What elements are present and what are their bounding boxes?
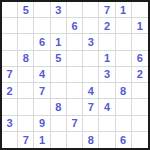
cell-r1c8[interactable]: 1 <box>116 2 132 18</box>
cell-r5c9[interactable]: 2 <box>132 67 148 83</box>
cell-r4c7[interactable]: 1 <box>99 51 115 67</box>
cell-r3c4[interactable]: 1 <box>51 34 67 50</box>
cell-r8c3[interactable]: 9 <box>34 116 50 132</box>
cell-r2c7[interactable]: 2 <box>99 18 115 34</box>
cell-r6c4[interactable] <box>51 83 67 99</box>
cell-r1c9[interactable] <box>132 2 148 18</box>
cell-r6c5[interactable] <box>67 83 83 99</box>
cell-r1c6[interactable] <box>83 2 99 18</box>
cell-r3c7[interactable] <box>99 34 115 50</box>
cell-r2c4[interactable] <box>51 18 67 34</box>
cell-r8c9[interactable] <box>132 116 148 132</box>
cell-r9c4[interactable] <box>51 132 67 148</box>
cell-r3c6[interactable]: 3 <box>83 34 99 50</box>
cell-r4c8[interactable] <box>116 51 132 67</box>
cell-r5c2[interactable] <box>18 67 34 83</box>
cell-r7c4[interactable]: 8 <box>51 99 67 115</box>
cell-r6c8[interactable]: 8 <box>116 83 132 99</box>
cell-r9c5[interactable] <box>67 132 83 148</box>
cell-r3c2[interactable] <box>18 34 34 50</box>
cell-r9c2[interactable]: 7 <box>18 132 34 148</box>
cell-r2c2[interactable] <box>18 18 34 34</box>
cell-r1c3[interactable] <box>34 2 50 18</box>
cell-r1c1[interactable] <box>2 2 18 18</box>
cell-r8c5[interactable]: 7 <box>67 116 83 132</box>
cell-r5c3[interactable]: 4 <box>34 67 50 83</box>
cell-r1c4[interactable]: 3 <box>51 2 67 18</box>
cell-r5c1[interactable]: 7 <box>2 67 18 83</box>
cell-r1c5[interactable] <box>67 2 83 18</box>
cell-r7c6[interactable]: 7 <box>83 99 99 115</box>
cell-r7c9[interactable] <box>132 99 148 115</box>
cell-r9c8[interactable]: 6 <box>116 132 132 148</box>
cell-r7c8[interactable] <box>116 99 132 115</box>
cell-r9c1[interactable] <box>2 132 18 148</box>
cell-r2c1[interactable] <box>2 18 18 34</box>
cell-r2c5[interactable]: 6 <box>67 18 83 34</box>
cell-r5c6[interactable] <box>83 67 99 83</box>
cell-r7c1[interactable] <box>2 99 18 115</box>
cell-r9c6[interactable]: 8 <box>83 132 99 148</box>
cell-r4c9[interactable]: 6 <box>132 51 148 67</box>
cell-r9c9[interactable] <box>132 132 148 148</box>
cell-r4c2[interactable]: 8 <box>18 51 34 67</box>
cell-r1c2[interactable]: 5 <box>18 2 34 18</box>
cell-r6c2[interactable] <box>18 83 34 99</box>
cell-r6c9[interactable] <box>132 83 148 99</box>
cell-r2c6[interactable] <box>83 18 99 34</box>
cell-r7c2[interactable] <box>18 99 34 115</box>
cell-r8c8[interactable] <box>116 116 132 132</box>
cell-r5c4[interactable] <box>51 67 67 83</box>
cell-r2c8[interactable] <box>116 18 132 34</box>
cell-r7c5[interactable] <box>67 99 83 115</box>
cell-r4c3[interactable] <box>34 51 50 67</box>
cell-r8c7[interactable] <box>99 116 115 132</box>
cell-r6c7[interactable] <box>99 83 115 99</box>
cell-r8c6[interactable] <box>83 116 99 132</box>
cell-r4c5[interactable] <box>67 51 83 67</box>
cell-r2c9[interactable]: 1 <box>132 18 148 34</box>
cell-r4c6[interactable] <box>83 51 99 67</box>
cell-r6c6[interactable]: 4 <box>83 83 99 99</box>
cell-r5c7[interactable]: 3 <box>99 67 115 83</box>
sudoku-board: 53716216138516743227488743977186 <box>0 0 150 150</box>
cell-r3c3[interactable]: 6 <box>34 34 50 50</box>
cell-r8c4[interactable] <box>51 116 67 132</box>
cell-r9c3[interactable]: 1 <box>34 132 50 148</box>
cell-r7c7[interactable]: 4 <box>99 99 115 115</box>
cell-r6c3[interactable]: 7 <box>34 83 50 99</box>
cell-r7c3[interactable] <box>34 99 50 115</box>
cell-r4c4[interactable]: 5 <box>51 51 67 67</box>
cell-r8c2[interactable] <box>18 116 34 132</box>
cell-r3c1[interactable] <box>2 34 18 50</box>
cell-r8c1[interactable]: 3 <box>2 116 18 132</box>
cell-r6c1[interactable]: 2 <box>2 83 18 99</box>
cell-r5c8[interactable] <box>116 67 132 83</box>
cell-r3c8[interactable] <box>116 34 132 50</box>
cell-r2c3[interactable] <box>34 18 50 34</box>
cell-r4c1[interactable] <box>2 51 18 67</box>
cell-r1c7[interactable]: 7 <box>99 2 115 18</box>
cell-r9c7[interactable] <box>99 132 115 148</box>
cell-r5c5[interactable] <box>67 67 83 83</box>
cell-r3c9[interactable] <box>132 34 148 50</box>
cell-r3c5[interactable] <box>67 34 83 50</box>
